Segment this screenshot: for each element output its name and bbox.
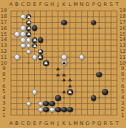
marked-empty-point-K7[interactable] (61, 78, 67, 84)
row-label-left: 1 (0, 113, 8, 118)
triangle-mark (62, 90, 66, 93)
black-stone-J2[interactable] (55, 107, 61, 113)
row-label-right: 1 (119, 113, 126, 118)
triangle-mark (56, 73, 60, 76)
white-stone-B15[interactable] (14, 31, 20, 37)
white-stone-K10[interactable] (61, 60, 67, 66)
white-stone-C18[interactable] (20, 14, 26, 20)
triangle-mark (68, 90, 72, 93)
white-stone-C13[interactable] (20, 43, 26, 49)
column-label-top: T (114, 2, 120, 7)
white-stone-D14[interactable] (26, 37, 32, 43)
white-stone-C15[interactable] (20, 31, 26, 37)
marked-empty-point-J8[interactable] (55, 72, 61, 78)
marked-empty-point-J9[interactable] (55, 66, 61, 72)
triangle-mark (68, 79, 72, 82)
triangle-mark (62, 79, 66, 82)
black-stone-L5[interactable] (67, 89, 73, 95)
white-stone-E5[interactable] (32, 89, 38, 95)
black-stone-G10[interactable] (43, 60, 49, 66)
column-label-bottom: T (114, 121, 120, 126)
row-label-right: 11 (119, 55, 126, 60)
black-stone-K2[interactable] (61, 107, 67, 113)
triangle-mark (38, 50, 42, 53)
row-label-right: 16 (119, 26, 126, 31)
black-stone-F11[interactable] (38, 54, 44, 60)
black-stone-K17[interactable] (61, 20, 67, 26)
triangle-mark (27, 27, 31, 30)
black-stone-E14[interactable] (32, 37, 38, 43)
white-stone-C16[interactable] (20, 25, 26, 31)
triangle-mark (33, 38, 37, 41)
row-label-left: 11 (0, 55, 8, 60)
black-stone-F14[interactable] (38, 37, 44, 43)
triangle-mark (27, 21, 31, 24)
go-app-window: AABBCCDDEEFFGGHHJJKKLLMMNNOOPPQQRRSSTT19… (0, 0, 126, 128)
marked-empty-point-L6[interactable] (67, 83, 73, 89)
white-stone-C14[interactable] (20, 37, 26, 43)
triangle-mark (27, 32, 31, 35)
row-label-left: 16 (0, 26, 8, 31)
marked-empty-point-L7[interactable] (67, 78, 73, 84)
black-stone-P4[interactable] (91, 95, 97, 101)
black-stone-L2[interactable] (67, 107, 73, 113)
triangle-mark (68, 84, 72, 87)
white-stone-B11[interactable] (14, 54, 20, 60)
white-stone-H2[interactable] (49, 107, 55, 113)
go-board[interactable]: AABBCCDDEEFFGGHHJJKKLLMMNNOOPPQQRRSSTT19… (0, 0, 126, 128)
black-stone-R5[interactable] (102, 89, 108, 95)
triangle-mark (33, 44, 37, 47)
marked-empty-point-K5[interactable] (61, 89, 67, 95)
triangle-mark (56, 67, 60, 70)
triangle-mark (27, 15, 31, 18)
triangle-mark (62, 73, 66, 76)
black-stone-J4[interactable] (55, 95, 61, 101)
black-stone-G2[interactable] (43, 107, 49, 113)
triangle-mark (62, 61, 66, 64)
white-stone-K11[interactable] (61, 54, 67, 60)
marked-empty-point-K8[interactable] (61, 72, 67, 78)
triangle-mark (44, 61, 48, 64)
triangle-mark (38, 55, 42, 58)
